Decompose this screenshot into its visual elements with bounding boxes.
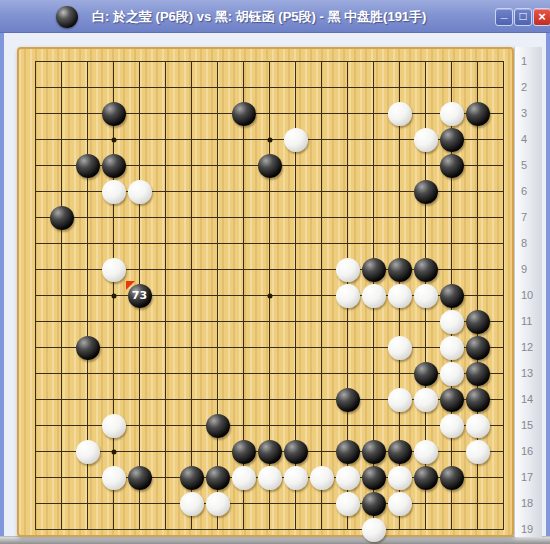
row-label: 5: [521, 158, 541, 172]
stone-black: [50, 206, 74, 230]
stone-white: [388, 466, 412, 490]
row-label: 12: [521, 340, 541, 354]
close-icon: ×: [538, 9, 546, 24]
stone-black: [414, 362, 438, 386]
row-label: 7: [521, 210, 541, 224]
row-label: 10: [521, 288, 541, 302]
stone-black: [414, 180, 438, 204]
stone-white: [414, 284, 438, 308]
stone-white: [102, 466, 126, 490]
stone-white: [466, 414, 490, 438]
star-point: [267, 293, 272, 298]
window-title: 白: 於之莹 (P6段) vs 黑: 胡钰函 (P5段) - 黑 中盘胜(191…: [92, 0, 426, 33]
stone-white: [440, 414, 464, 438]
go-stone-icon[interactable]: [56, 6, 78, 28]
window-border-left: [0, 33, 4, 536]
stone-white: [180, 492, 204, 516]
stone-black: [440, 154, 464, 178]
stone-white: [414, 128, 438, 152]
stone-white: [440, 362, 464, 386]
star-point: [111, 293, 116, 298]
stone-white: [284, 466, 308, 490]
maximize-button[interactable]: □: [514, 8, 532, 26]
stone-black: [362, 440, 386, 464]
stone-black: [414, 466, 438, 490]
stone-black: [336, 440, 360, 464]
stone-white: [388, 284, 412, 308]
stone-black: [440, 466, 464, 490]
stone-white: [414, 440, 438, 464]
stone-white: [258, 466, 282, 490]
stone-black: [440, 284, 464, 308]
stone-white: [362, 518, 386, 542]
star-point: [267, 137, 272, 142]
stone-black: [388, 258, 412, 282]
stone-white: [336, 284, 360, 308]
row-label: 4: [521, 132, 541, 146]
stone-white: [102, 258, 126, 282]
status-bar: [0, 536, 550, 544]
app-window: 白: 於之莹 (P6段) vs 黑: 胡钰函 (P5段) - 黑 中盘胜(191…: [0, 0, 550, 544]
stone-white: [102, 414, 126, 438]
stone-black: [362, 258, 386, 282]
stone-white: [414, 388, 438, 412]
stone-black: [102, 102, 126, 126]
row-label: 17: [521, 470, 541, 484]
stone-black: [76, 336, 100, 360]
row-label: 19: [521, 522, 541, 536]
stone-white: [206, 492, 230, 516]
row-coordinates: 12345678910111213141516171819: [514, 47, 542, 537]
stone-black: [466, 388, 490, 412]
stone-black: [414, 258, 438, 282]
stone-white: [284, 128, 308, 152]
stone-black: [76, 154, 100, 178]
stone-white: [336, 492, 360, 516]
stone-white: [102, 180, 126, 204]
stone-white: [388, 102, 412, 126]
stone-white: [440, 336, 464, 360]
row-label: 1: [521, 54, 541, 68]
title-bar[interactable]: 白: 於之莹 (P6段) vs 黑: 胡钰函 (P5段) - 黑 中盘胜(191…: [0, 0, 550, 33]
stone-black: [232, 102, 256, 126]
stone-black: [336, 388, 360, 412]
row-label: 15: [521, 418, 541, 432]
stone-black: [180, 466, 204, 490]
board-grid: 73: [35, 61, 504, 530]
stone-black-last-move: 73: [128, 284, 152, 308]
stone-white: [232, 466, 256, 490]
stone-black: [388, 440, 412, 464]
stone-white: [388, 492, 412, 516]
stone-white: [388, 388, 412, 412]
stone-black: [440, 128, 464, 152]
star-point: [111, 449, 116, 454]
row-label: 18: [521, 496, 541, 510]
stone-black: [206, 466, 230, 490]
stone-white: [440, 102, 464, 126]
minimize-icon: _: [501, 6, 508, 20]
go-board: 73: [17, 47, 514, 537]
row-label: 14: [521, 392, 541, 406]
row-label: 16: [521, 444, 541, 458]
window-border-right: [546, 33, 550, 536]
stone-black: [284, 440, 308, 464]
stone-black: [258, 440, 282, 464]
stone-white: [128, 180, 152, 204]
row-label: 3: [521, 106, 541, 120]
close-button[interactable]: ×: [533, 8, 550, 26]
stone-black: [466, 362, 490, 386]
move-number-label: 73: [128, 284, 152, 308]
stone-black: [128, 466, 152, 490]
stone-white: [466, 440, 490, 464]
stone-black: [362, 466, 386, 490]
row-label: 13: [521, 366, 541, 380]
stone-white: [336, 466, 360, 490]
stone-black: [102, 154, 126, 178]
stone-white: [388, 336, 412, 360]
maximize-icon: □: [519, 9, 526, 23]
stone-white: [336, 258, 360, 282]
stone-black: [440, 388, 464, 412]
row-label: 11: [521, 314, 541, 328]
stone-black: [466, 102, 490, 126]
row-label: 9: [521, 262, 541, 276]
star-point: [111, 137, 116, 142]
stone-black: [466, 310, 490, 334]
stone-black: [258, 154, 282, 178]
stone-black: [466, 336, 490, 360]
stone-black: [206, 414, 230, 438]
minimize-button[interactable]: _: [495, 8, 513, 26]
stone-black: [232, 440, 256, 464]
stone-white: [310, 466, 334, 490]
stone-white: [76, 440, 100, 464]
row-label: 6: [521, 184, 541, 198]
row-label: 8: [521, 236, 541, 250]
stone-white: [440, 310, 464, 334]
stone-white: [362, 284, 386, 308]
row-label: 2: [521, 80, 541, 94]
stone-black: [362, 492, 386, 516]
